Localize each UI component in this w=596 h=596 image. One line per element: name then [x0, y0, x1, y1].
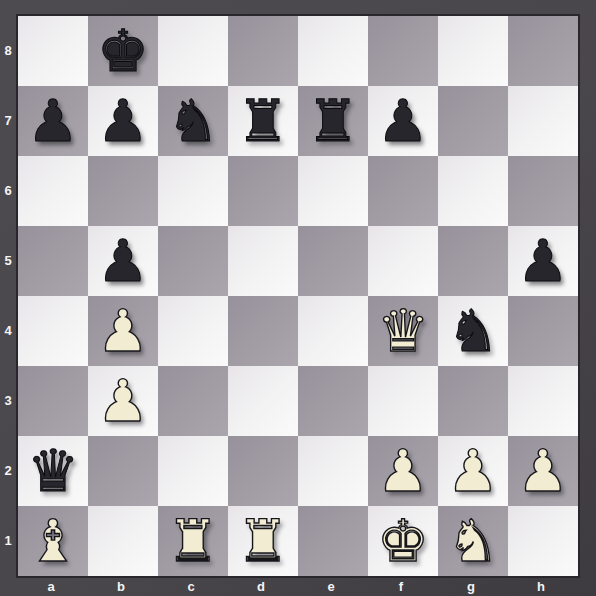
square-c1[interactable]: ♜ — [158, 506, 228, 576]
black-pawn[interactable]: ♟ — [368, 86, 438, 156]
file-label-g: g — [436, 578, 506, 596]
square-h8[interactable] — [508, 16, 578, 86]
white-pawn[interactable]: ♟ — [88, 366, 158, 436]
square-a2[interactable]: ♛ — [18, 436, 88, 506]
square-a7[interactable]: ♟ — [18, 86, 88, 156]
square-d6[interactable] — [228, 156, 298, 226]
square-e7[interactable]: ♜ — [298, 86, 368, 156]
square-a6[interactable] — [18, 156, 88, 226]
rank-label-6: 6 — [0, 156, 16, 226]
black-rook[interactable]: ♜ — [228, 86, 298, 156]
square-a3[interactable] — [18, 366, 88, 436]
square-b5[interactable]: ♟ — [88, 226, 158, 296]
square-g6[interactable] — [438, 156, 508, 226]
square-d3[interactable] — [228, 366, 298, 436]
square-a5[interactable] — [18, 226, 88, 296]
black-pawn[interactable]: ♟ — [508, 226, 578, 296]
white-queen[interactable]: ♛ — [368, 296, 438, 366]
square-c6[interactable] — [158, 156, 228, 226]
square-d1[interactable]: ♜ — [228, 506, 298, 576]
white-pawn[interactable]: ♟ — [88, 296, 158, 366]
square-h7[interactable] — [508, 86, 578, 156]
square-c8[interactable] — [158, 16, 228, 86]
square-h4[interactable] — [508, 296, 578, 366]
square-e8[interactable] — [298, 16, 368, 86]
white-bishop[interactable]: ♝ — [18, 506, 88, 576]
black-king[interactable]: ♚ — [88, 16, 158, 86]
rank-labels: 87654321 — [0, 16, 16, 576]
file-label-d: d — [226, 578, 296, 596]
black-knight[interactable]: ♞ — [438, 296, 508, 366]
square-f8[interactable] — [368, 16, 438, 86]
square-d7[interactable]: ♜ — [228, 86, 298, 156]
square-d4[interactable] — [228, 296, 298, 366]
square-f7[interactable]: ♟ — [368, 86, 438, 156]
square-e4[interactable] — [298, 296, 368, 366]
square-g2[interactable]: ♟ — [438, 436, 508, 506]
square-b2[interactable] — [88, 436, 158, 506]
square-b7[interactable]: ♟ — [88, 86, 158, 156]
file-label-f: f — [366, 578, 436, 596]
square-g4[interactable]: ♞ — [438, 296, 508, 366]
file-label-e: e — [296, 578, 366, 596]
square-h3[interactable] — [508, 366, 578, 436]
rank-label-8: 8 — [0, 16, 16, 86]
square-g1[interactable]: ♞ — [438, 506, 508, 576]
file-labels: abcdefgh — [16, 578, 580, 596]
rank-label-7: 7 — [0, 86, 16, 156]
square-g5[interactable] — [438, 226, 508, 296]
square-c7[interactable]: ♞ — [158, 86, 228, 156]
square-b1[interactable] — [88, 506, 158, 576]
square-a4[interactable] — [18, 296, 88, 366]
square-g3[interactable] — [438, 366, 508, 436]
square-g8[interactable] — [438, 16, 508, 86]
square-e3[interactable] — [298, 366, 368, 436]
square-e6[interactable] — [298, 156, 368, 226]
square-c3[interactable] — [158, 366, 228, 436]
square-d5[interactable] — [228, 226, 298, 296]
square-f6[interactable] — [368, 156, 438, 226]
file-label-a: a — [16, 578, 86, 596]
square-c2[interactable] — [158, 436, 228, 506]
white-pawn[interactable]: ♟ — [508, 436, 578, 506]
black-pawn[interactable]: ♟ — [18, 86, 88, 156]
square-e2[interactable] — [298, 436, 368, 506]
black-rook[interactable]: ♜ — [298, 86, 368, 156]
square-g7[interactable] — [438, 86, 508, 156]
square-h5[interactable]: ♟ — [508, 226, 578, 296]
square-b3[interactable]: ♟ — [88, 366, 158, 436]
black-pawn[interactable]: ♟ — [88, 226, 158, 296]
white-rook[interactable]: ♜ — [158, 506, 228, 576]
square-h2[interactable]: ♟ — [508, 436, 578, 506]
white-rook[interactable]: ♜ — [228, 506, 298, 576]
chess-board-frame: 87654321 ♚♟♟♞♜♜♟♟♟♟♛♞♟♛♟♟♟♝♜♜♚♞ abcdefgh — [0, 0, 596, 596]
chess-board: ♚♟♟♞♜♜♟♟♟♟♛♞♟♛♟♟♟♝♜♜♚♞ — [16, 14, 580, 578]
white-pawn[interactable]: ♟ — [438, 436, 508, 506]
square-e1[interactable] — [298, 506, 368, 576]
square-c5[interactable] — [158, 226, 228, 296]
black-queen[interactable]: ♛ — [18, 436, 88, 506]
white-pawn[interactable]: ♟ — [368, 436, 438, 506]
square-b6[interactable] — [88, 156, 158, 226]
square-e5[interactable] — [298, 226, 368, 296]
square-f5[interactable] — [368, 226, 438, 296]
square-a1[interactable]: ♝ — [18, 506, 88, 576]
rank-label-3: 3 — [0, 366, 16, 436]
square-h1[interactable] — [508, 506, 578, 576]
white-king[interactable]: ♚ — [368, 506, 438, 576]
black-pawn[interactable]: ♟ — [88, 86, 158, 156]
square-b8[interactable]: ♚ — [88, 16, 158, 86]
white-knight[interactable]: ♞ — [438, 506, 508, 576]
file-label-c: c — [156, 578, 226, 596]
square-f3[interactable] — [368, 366, 438, 436]
square-f1[interactable]: ♚ — [368, 506, 438, 576]
square-f4[interactable]: ♛ — [368, 296, 438, 366]
file-label-b: b — [86, 578, 156, 596]
rank-label-5: 5 — [0, 226, 16, 296]
square-a8[interactable] — [18, 16, 88, 86]
square-b4[interactable]: ♟ — [88, 296, 158, 366]
rank-label-1: 1 — [0, 506, 16, 576]
black-knight[interactable]: ♞ — [158, 86, 228, 156]
square-c4[interactable] — [158, 296, 228, 366]
square-f2[interactable]: ♟ — [368, 436, 438, 506]
file-label-h: h — [506, 578, 576, 596]
rank-label-4: 4 — [0, 296, 16, 366]
rank-label-2: 2 — [0, 436, 16, 506]
square-d8[interactable] — [228, 16, 298, 86]
square-d2[interactable] — [228, 436, 298, 506]
square-h6[interactable] — [508, 156, 578, 226]
